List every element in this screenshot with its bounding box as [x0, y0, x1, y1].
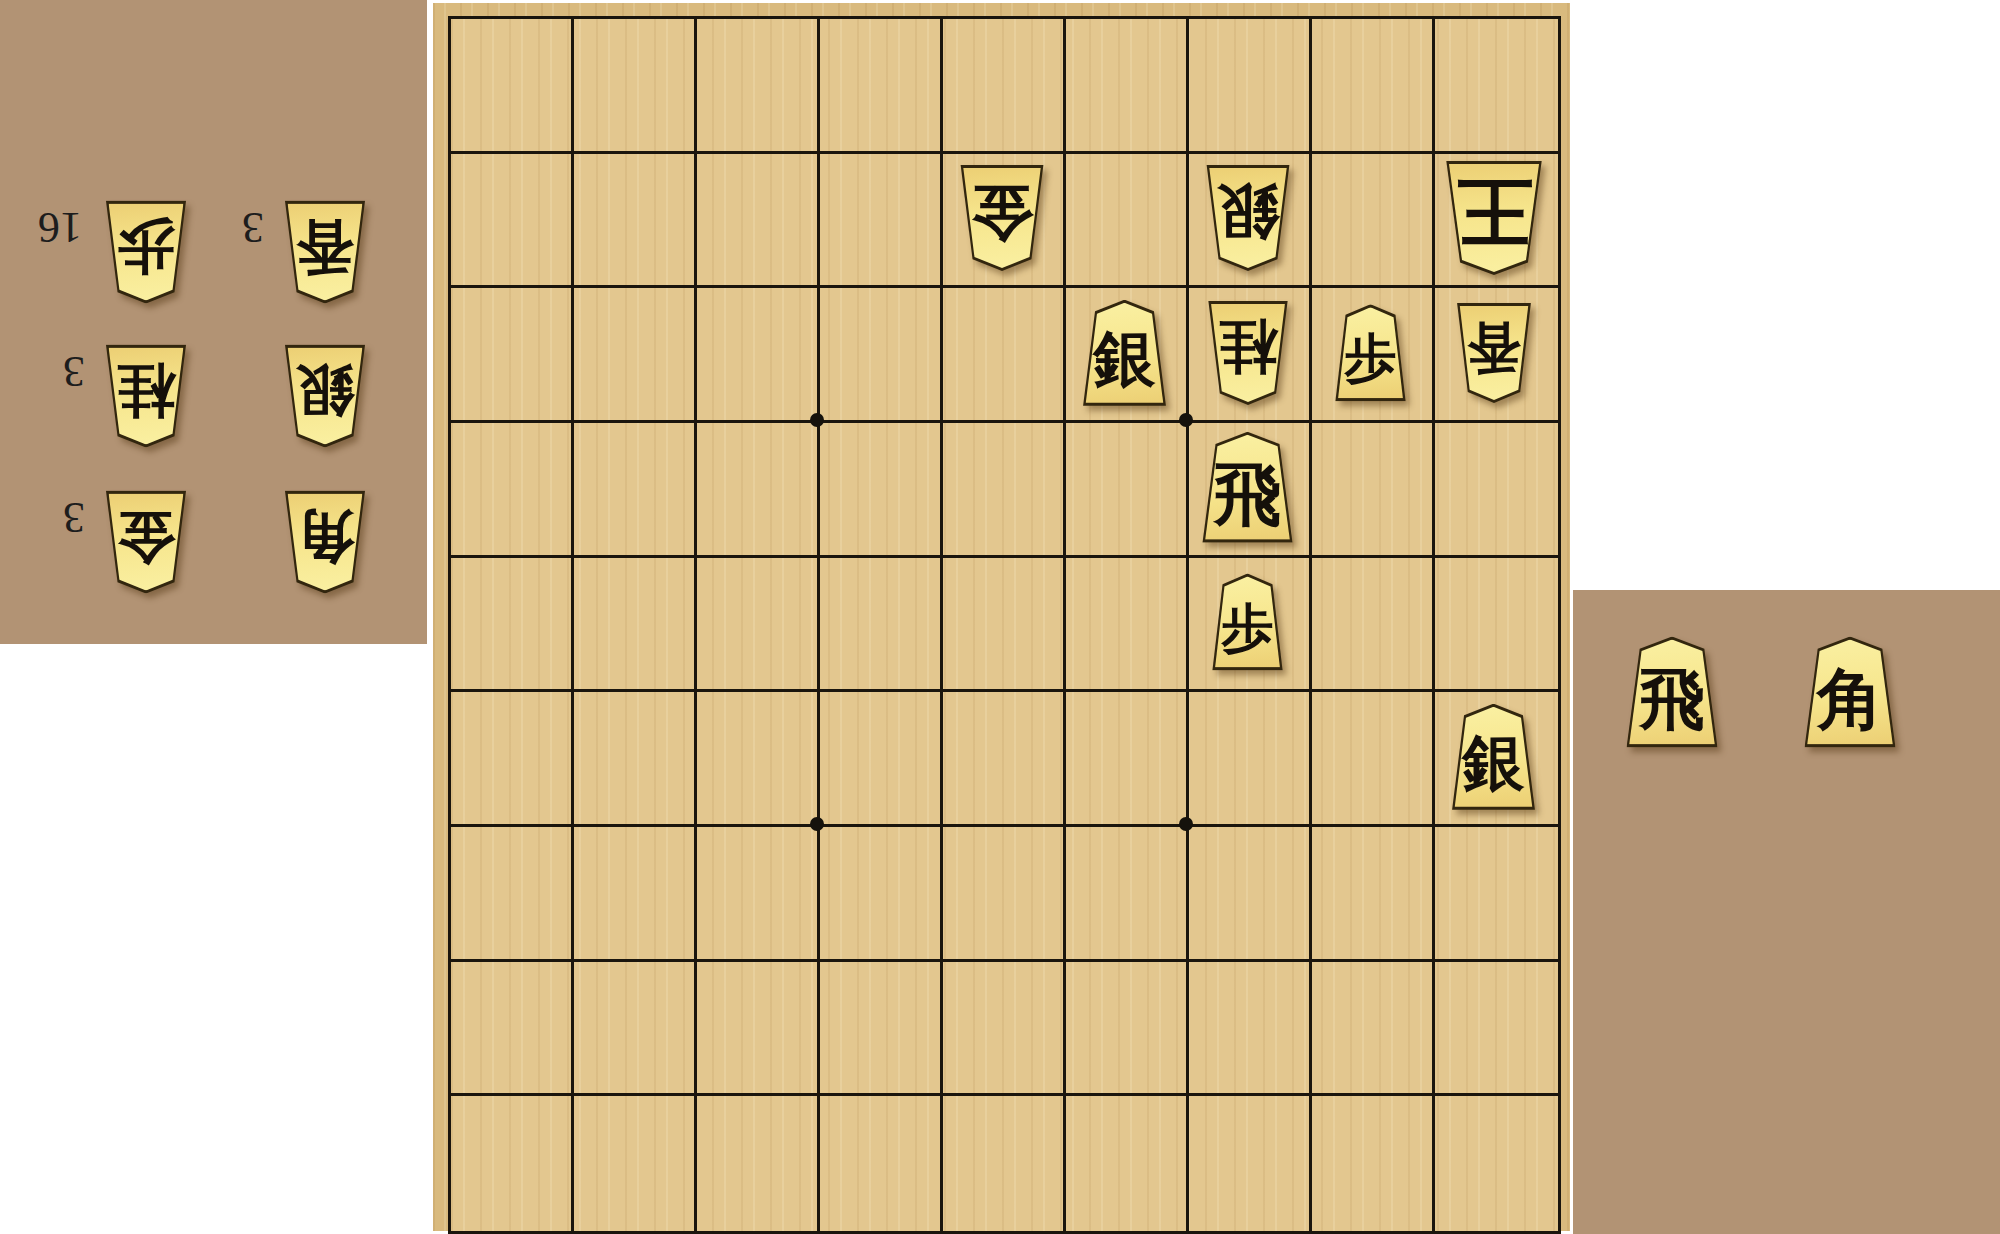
piece-kanji: 桂	[1204, 301, 1292, 405]
shogi-diagram: { "game": "shogi", "diagram_type": "tsum…	[0, 0, 2000, 1234]
piece-kanji: 歩	[102, 201, 191, 304]
piece-body: 銀	[1079, 300, 1171, 406]
piece-body: 香	[281, 201, 370, 304]
piece-kanji: 歩	[1332, 304, 1410, 401]
piece-gote-silver[interactable]: 銀	[1202, 165, 1294, 271]
piece-sente-bishop[interactable]: 角	[1800, 637, 1901, 748]
piece-kanji: 金	[956, 165, 1048, 271]
piece-body: 金	[102, 491, 191, 594]
piece-gote-gold[interactable]: 金	[956, 165, 1048, 271]
piece-body: 銀	[281, 345, 370, 448]
piece-body: 王	[1441, 161, 1547, 275]
piece-body: 歩	[102, 201, 191, 304]
piece-kanji: 王	[1441, 161, 1547, 275]
piece-body: 歩	[1332, 304, 1410, 401]
piece-body: 金	[956, 165, 1048, 271]
piece-sente-silver[interactable]: 銀	[1448, 704, 1540, 810]
piece-body: 桂	[102, 345, 191, 448]
piece-kanji: 金	[102, 491, 191, 594]
piece-gote-knight[interactable]: 桂	[102, 345, 191, 448]
board-pieces-layer: 金銀王銀桂歩香飛歩銀	[433, 3, 1570, 1231]
piece-sente-rook[interactable]: 飛	[1622, 637, 1723, 748]
piece-kanji: 銀	[1202, 165, 1294, 271]
piece-gote-silver[interactable]: 銀	[281, 345, 370, 448]
sente-hand-panel: 飛角	[1573, 590, 2000, 1234]
gote-hand-panel: 歩16香3桂3銀金3角	[0, 0, 427, 644]
piece-kanji: 香	[1453, 303, 1535, 403]
piece-sente-silver[interactable]: 銀	[1079, 300, 1171, 406]
piece-body: 銀	[1202, 165, 1294, 271]
piece-gote-lance[interactable]: 香	[281, 201, 370, 304]
piece-kanji: 香	[281, 201, 370, 304]
shogi-board: 金銀王銀桂歩香飛歩銀	[433, 3, 1570, 1231]
piece-kanji: 銀	[281, 345, 370, 448]
piece-kanji: 銀	[1448, 704, 1540, 810]
piece-gote-knight[interactable]: 桂	[1204, 301, 1292, 405]
piece-kanji: 飛	[1622, 637, 1723, 748]
piece-gote-bishop[interactable]: 角	[281, 491, 370, 594]
piece-gote-lance[interactable]: 香	[1453, 303, 1535, 403]
piece-kanji: 桂	[102, 345, 191, 448]
piece-body: 角	[1800, 637, 1901, 748]
piece-sente-rook[interactable]: 飛	[1198, 432, 1298, 543]
piece-body: 桂	[1204, 301, 1292, 405]
piece-body: 飛	[1622, 637, 1723, 748]
piece-body: 銀	[1448, 704, 1540, 810]
hand-count-pawn: 16	[38, 202, 82, 253]
piece-gote-pawn[interactable]: 歩	[102, 201, 191, 304]
piece-body: 歩	[1209, 573, 1287, 670]
hand-count-gold: 3	[63, 492, 85, 543]
piece-sente-pawn[interactable]: 歩	[1209, 573, 1287, 670]
piece-kanji: 角	[1800, 637, 1901, 748]
hand-count-lance: 3	[242, 202, 264, 253]
piece-body: 飛	[1198, 432, 1298, 543]
piece-kanji: 飛	[1198, 432, 1298, 543]
piece-body: 角	[281, 491, 370, 594]
piece-kanji: 角	[281, 491, 370, 594]
hand-count-knight: 3	[63, 346, 85, 397]
piece-gote-gold[interactable]: 金	[102, 491, 191, 594]
piece-body: 香	[1453, 303, 1535, 403]
piece-sente-pawn[interactable]: 歩	[1332, 304, 1410, 401]
piece-kanji: 銀	[1079, 300, 1171, 406]
piece-gote-king[interactable]: 王	[1441, 161, 1547, 275]
piece-kanji: 歩	[1209, 573, 1287, 670]
